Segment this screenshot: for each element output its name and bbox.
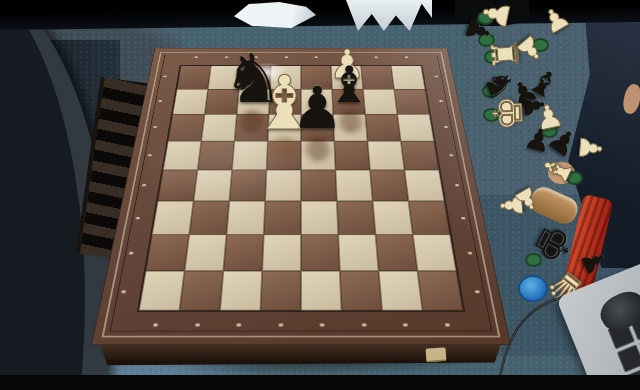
captured-white-king[interactable]: ♚ (487, 94, 528, 131)
blue-bottle-cap (518, 275, 548, 302)
captured-white-pawn[interactable]: ♟ (537, 0, 575, 39)
chess-scene: ♟♞♝♝♟ ♟♟♜♟♟♞♟♝♟♚♟♟♟♝♟♟♟♚♛♟ (0, 0, 640, 390)
laptop-key (617, 344, 640, 372)
dark-bottom-edge (0, 375, 640, 390)
captured-pieces-area: ♟♟♜♟♟♞♟♝♟♚♟♟♟♝♟♟♟♚♛♟ (0, 0, 640, 390)
captured-white-pawn[interactable]: ♟ (574, 133, 606, 162)
